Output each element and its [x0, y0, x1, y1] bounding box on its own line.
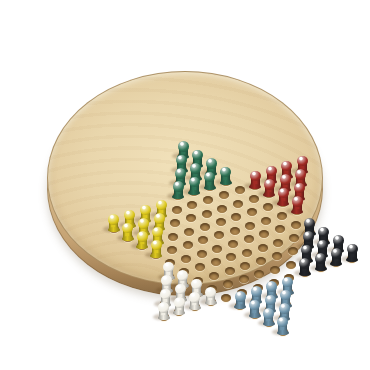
empty-hole[interactable]	[261, 217, 271, 225]
board-top-surface	[47, 71, 323, 285]
empty-hole[interactable]	[289, 234, 299, 242]
empty-hole[interactable]	[291, 221, 301, 229]
empty-hole[interactable]	[186, 214, 196, 222]
peg-white[interactable]	[190, 296, 199, 309]
empty-hole[interactable]	[167, 246, 177, 254]
empty-hole[interactable]	[216, 218, 226, 226]
empty-hole[interactable]	[256, 257, 266, 265]
empty-hole[interactable]	[270, 266, 280, 274]
empty-hole[interactable]	[209, 272, 219, 280]
empty-hole[interactable]	[244, 235, 254, 243]
empty-hole[interactable]	[183, 241, 193, 249]
empty-hole[interactable]	[239, 275, 249, 283]
peg-green[interactable]	[205, 176, 214, 189]
peg-blue[interactable]	[264, 312, 273, 325]
empty-hole[interactable]	[277, 212, 287, 220]
empty-hole[interactable]	[258, 244, 268, 252]
empty-hole[interactable]	[217, 205, 227, 213]
peg-black[interactable]	[300, 262, 309, 275]
peg-yellow[interactable]	[123, 227, 132, 240]
empty-hole[interactable]	[254, 270, 264, 278]
empty-hole[interactable]	[181, 255, 191, 263]
empty-hole[interactable]	[203, 196, 213, 204]
empty-hole[interactable]	[286, 261, 296, 269]
peg-blue[interactable]	[236, 295, 245, 308]
empty-hole[interactable]	[247, 208, 257, 216]
empty-hole[interactable]	[245, 222, 255, 230]
empty-hole[interactable]	[195, 263, 205, 271]
empty-hole[interactable]	[259, 230, 269, 238]
hole-grid	[48, 72, 322, 284]
peg-blue[interactable]	[250, 304, 259, 317]
empty-hole[interactable]	[202, 210, 212, 218]
peg-black[interactable]	[332, 252, 341, 265]
peg-green[interactable]	[221, 171, 230, 184]
peg-black[interactable]	[316, 257, 325, 270]
empty-hole[interactable]	[219, 191, 229, 199]
empty-hole[interactable]	[197, 250, 207, 258]
peg-red[interactable]	[251, 175, 260, 188]
peg-blue[interactable]	[278, 321, 287, 334]
empty-hole[interactable]	[200, 223, 210, 231]
empty-hole[interactable]	[221, 294, 231, 302]
empty-hole[interactable]	[273, 239, 283, 247]
empty-hole[interactable]	[249, 195, 259, 203]
peg-white[interactable]	[159, 306, 168, 319]
peg-yellow[interactable]	[138, 235, 147, 248]
empty-hole[interactable]	[168, 233, 178, 241]
empty-hole[interactable]	[235, 186, 245, 194]
empty-hole[interactable]	[240, 262, 250, 270]
empty-hole[interactable]	[187, 201, 197, 209]
empty-hole[interactable]	[170, 219, 180, 227]
empty-hole[interactable]	[275, 225, 285, 233]
empty-hole[interactable]	[226, 253, 236, 261]
empty-hole[interactable]	[242, 249, 252, 257]
chinese-checkers-board	[0, 0, 370, 370]
empty-hole[interactable]	[233, 200, 243, 208]
peg-red[interactable]	[265, 183, 274, 196]
empty-hole[interactable]	[263, 203, 273, 211]
empty-hole[interactable]	[272, 252, 282, 260]
empty-hole[interactable]	[211, 258, 221, 266]
empty-hole[interactable]	[212, 245, 222, 253]
peg-black[interactable]	[348, 248, 357, 261]
empty-hole[interactable]	[228, 240, 238, 248]
peg-red[interactable]	[293, 200, 302, 213]
peg-white[interactable]	[175, 301, 184, 314]
empty-hole[interactable]	[231, 213, 241, 221]
empty-hole[interactable]	[198, 236, 208, 244]
empty-hole[interactable]	[288, 247, 298, 255]
peg-white[interactable]	[206, 291, 215, 304]
peg-yellow[interactable]	[152, 244, 161, 257]
peg-yellow[interactable]	[109, 218, 118, 231]
empty-hole[interactable]	[225, 267, 235, 275]
peg-green[interactable]	[174, 185, 183, 198]
empty-hole[interactable]	[172, 206, 182, 214]
peg-red[interactable]	[279, 192, 288, 205]
empty-hole[interactable]	[230, 227, 240, 235]
product-photo-canvas	[0, 0, 370, 370]
empty-hole[interactable]	[184, 228, 194, 236]
empty-hole[interactable]	[214, 231, 224, 239]
peg-green[interactable]	[190, 181, 199, 194]
